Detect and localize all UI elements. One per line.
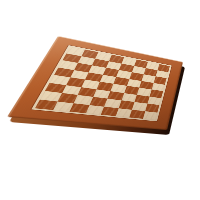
square-h1 [143, 111, 158, 120]
chess-board [7, 36, 183, 130]
board-grid [35, 47, 170, 120]
product-photo [0, 0, 200, 200]
inlay-border-line [31, 45, 171, 121]
